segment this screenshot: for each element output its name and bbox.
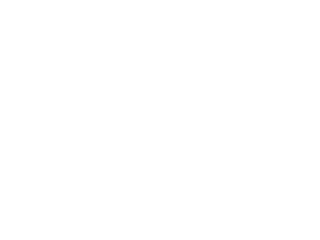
scene — [0, 0, 200, 200]
